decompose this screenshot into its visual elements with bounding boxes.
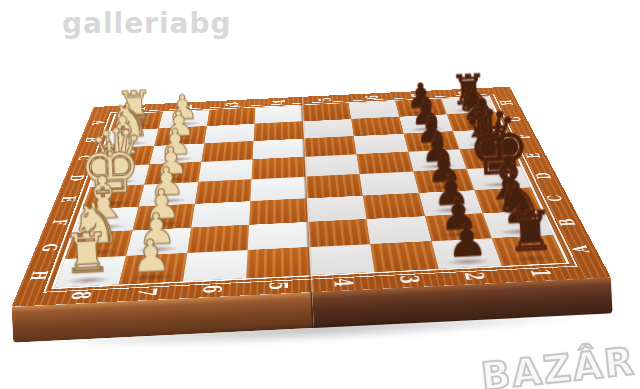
square-g6	[366, 216, 431, 244]
square-e5	[306, 174, 363, 198]
right-label-B: B	[533, 214, 600, 230]
chess-board: 12345678 87654321 ABCDEFGH HGFEDCBA ♜♟♟♜…	[12, 87, 611, 307]
far-label-4: 4	[266, 94, 290, 110]
right-label-C: C	[522, 191, 586, 206]
square-d3	[198, 159, 253, 182]
square-f4	[249, 198, 307, 224]
square-f5	[307, 196, 367, 222]
square-g4	[248, 222, 309, 250]
product-photo: 12345678 87654321 ABCDEFGH HGFEDCBA ♜♟♟♜…	[0, 0, 640, 389]
far-label-5: 5	[313, 92, 338, 108]
square-d6	[356, 152, 413, 174]
left-label-H: H	[5, 266, 74, 284]
square-e4	[251, 177, 307, 201]
right-label-G: G	[487, 113, 541, 124]
square-d5	[305, 154, 360, 176]
watermark-galleriabg: galleriabg	[62, 7, 232, 40]
square-e3	[195, 179, 252, 203]
right-label-F: F	[495, 131, 551, 143]
square-f3	[191, 201, 251, 227]
far-label-7: 7	[404, 87, 432, 103]
square-f6	[363, 193, 425, 219]
far-label-3: 3	[219, 96, 244, 113]
black-pawn-h7: ♟	[446, 217, 488, 263]
square-g3	[187, 225, 249, 254]
chess-set: 12345678 87654321 ABCDEFGH HGFEDCBA ♜♟♟♜…	[0, 0, 613, 357]
right-label-A: A	[544, 240, 614, 257]
far-label-1: 1	[125, 100, 154, 117]
square-e6	[359, 172, 418, 196]
far-label-2: 2	[172, 98, 199, 115]
right-label-E: E	[503, 149, 561, 162]
square-g5	[308, 219, 370, 247]
white-pawn-h2: ♟	[130, 232, 172, 278]
far-label-6: 6	[358, 89, 385, 105]
right-label-H: H	[480, 97, 532, 107]
right-label-D: D	[512, 169, 573, 183]
watermark-bazar: BAZÂR	[480, 339, 638, 389]
square-d4	[252, 157, 306, 180]
